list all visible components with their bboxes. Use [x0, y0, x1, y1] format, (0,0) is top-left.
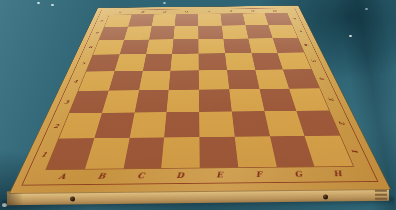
square-e2[interactable]: [199, 111, 234, 137]
square-e8[interactable]: [198, 14, 222, 26]
square-c2[interactable]: [129, 112, 167, 138]
square-c8[interactable]: [151, 14, 176, 26]
square-d5[interactable]: [171, 54, 199, 71]
finger-joint: [375, 198, 387, 200]
square-e3[interactable]: [199, 89, 232, 111]
board-perspective-wrapper: ABCDEFGH ABCDEFGH 87654321 87654321: [6, 0, 390, 193]
square-d6[interactable]: [172, 39, 198, 54]
square-f4[interactable]: [227, 70, 259, 89]
square-b8[interactable]: [128, 14, 154, 26]
file-label-F: F: [238, 168, 280, 182]
finger-joint: [375, 190, 387, 192]
square-d4[interactable]: [169, 70, 199, 89]
square-e7[interactable]: [198, 26, 223, 39]
square-h6[interactable]: [273, 38, 304, 53]
square-f6[interactable]: [223, 38, 251, 53]
photo-scene: ABCDEFGH ABCDEFGH 87654321 87654321: [0, 0, 396, 210]
file-label-A: A: [40, 170, 84, 184]
hinge-pin: [323, 194, 328, 199]
square-c1[interactable]: [123, 138, 164, 169]
file-label-G: G: [277, 167, 320, 181]
square-c5[interactable]: [143, 54, 173, 71]
square-b2[interactable]: [94, 112, 134, 138]
file-label-B: B: [80, 169, 123, 183]
square-b5[interactable]: [114, 54, 145, 71]
square-e6[interactable]: [198, 39, 225, 54]
square-b6[interactable]: [120, 39, 149, 54]
square-b3[interactable]: [102, 90, 139, 112]
square-e5[interactable]: [199, 53, 227, 70]
square-b1[interactable]: [85, 138, 129, 169]
finger-joint: [375, 194, 387, 196]
square-d3[interactable]: [167, 89, 199, 111]
box-corner-joint: [7, 192, 23, 205]
square-c7[interactable]: [149, 26, 175, 39]
square-c3[interactable]: [134, 90, 168, 112]
file-label-D: D: [160, 168, 200, 182]
file-label-C: C: [120, 169, 161, 183]
square-h7[interactable]: [269, 25, 298, 38]
square-d2[interactable]: [164, 112, 199, 138]
hinge-pin: [70, 197, 75, 202]
square-b4[interactable]: [109, 71, 143, 90]
square-h8[interactable]: [265, 13, 292, 25]
square-d7[interactable]: [174, 26, 199, 39]
square-f8[interactable]: [220, 14, 245, 26]
file-label-H: H: [316, 167, 360, 181]
square-f7[interactable]: [222, 25, 248, 38]
square-e1[interactable]: [199, 137, 238, 168]
square-f3[interactable]: [229, 89, 264, 111]
square-e4[interactable]: [199, 70, 229, 89]
square-d8[interactable]: [175, 14, 198, 26]
square-f5[interactable]: [225, 53, 255, 70]
square-d1[interactable]: [161, 137, 199, 168]
square-c6[interactable]: [146, 39, 174, 54]
square-c4[interactable]: [139, 71, 171, 90]
square-b7[interactable]: [124, 26, 151, 39]
file-label-E: E: [200, 168, 240, 182]
chess-board: ABCDEFGH ABCDEFGH 87654321 87654321: [10, 6, 390, 193]
square-h5[interactable]: [278, 53, 312, 70]
